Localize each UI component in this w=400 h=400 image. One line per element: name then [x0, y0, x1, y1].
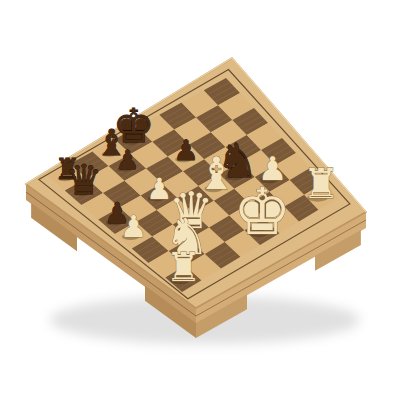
piece-white-pawn-a4: ♟: [120, 209, 147, 244]
chessboard-svg: ♚♝♟♟♞♜♟♝♛♜♟♟♛♚♟♞♜: [0, 0, 400, 400]
chess-set-photo: ♚♝♟♟♞♜♟♝♛♜♟♟♛♚♟♞♜: [0, 0, 400, 400]
piece-white-king-e1: ♚: [233, 174, 291, 249]
piece-white-rook-a1: ♜: [165, 244, 201, 290]
piece-white-rook-h1: ♜: [303, 159, 340, 208]
piece-black-queen-a7: ♛: [66, 156, 103, 204]
piece-black-pawn-c7: ♟: [116, 145, 140, 175]
piece-black-pawn-e6: ♟: [174, 134, 199, 167]
